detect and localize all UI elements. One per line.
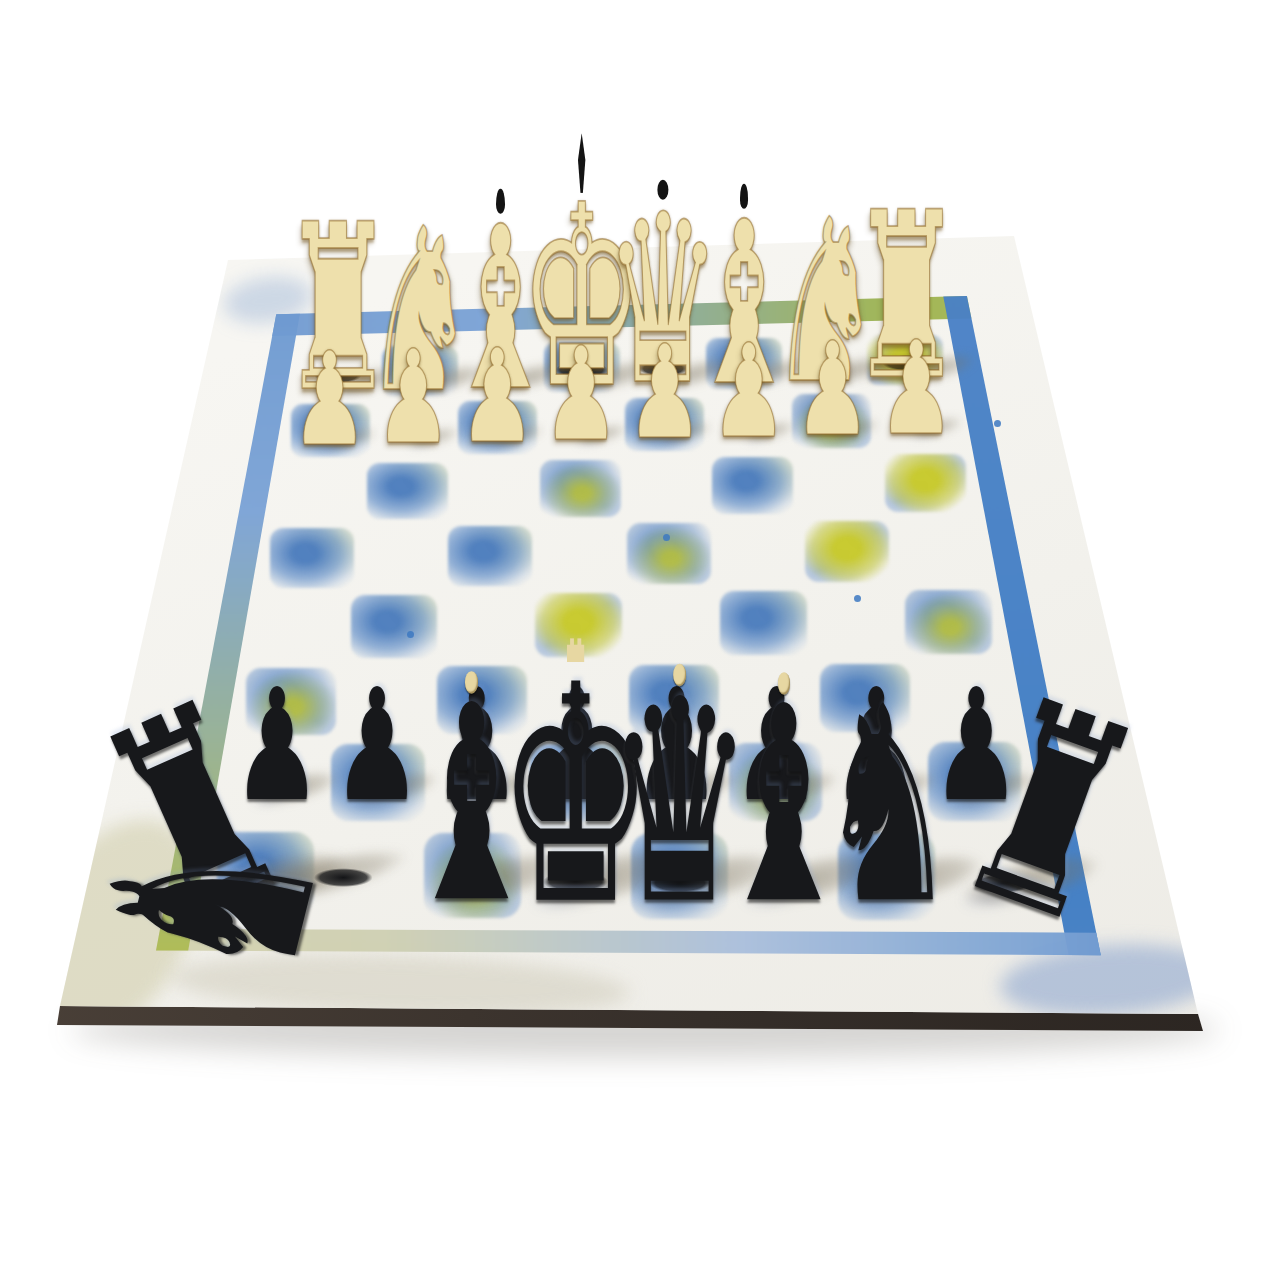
finial-ball-cream	[778, 672, 791, 694]
white-pawn-icon: ♟	[291, 335, 368, 464]
white-pawn-icon: ♟	[542, 330, 619, 459]
finial-tip-black	[740, 184, 749, 209]
white-pawn-icon: ♟	[794, 325, 871, 454]
white-pawn-icon: ♟	[878, 324, 955, 453]
finial-ball-cream	[465, 671, 478, 693]
white-pawn-icon: ♟	[710, 327, 787, 456]
piece-white-pawn-g2[interactable]: ♟	[370, 333, 456, 436]
finial-tip-black	[496, 189, 505, 214]
white-pawn-icon: ♟	[459, 331, 536, 460]
black-rook-icon: ♜	[935, 661, 1164, 968]
pieces-layer: ♜♞♝♚♛♝♞♜♟♟♟♟♟♟♟♟♟♟♟♟♟♟♟♟♜♞♝♚♛♝♞♜	[0, 0, 1280, 1280]
black-knight-icon: ♞	[65, 803, 361, 1005]
piece-white-pawn-b2[interactable]: ♟	[790, 325, 876, 428]
piece-white-pawn-d2[interactable]: ♟	[622, 328, 708, 431]
piece-white-pawn-h2[interactable]: ♟	[287, 335, 373, 438]
piece-black-rook-a8[interactable]: ♜	[922, 669, 1082, 889]
piece-white-pawn-a2[interactable]: ♟	[873, 324, 959, 427]
chessboard-photo-scene: ♜♞♝♚♛♝♞♜♟♟♟♟♟♟♟♟♟♟♟♟♟♟♟♟♜♞♝♚♛♝♞♜	[0, 0, 1280, 1280]
piece-white-pawn-f2[interactable]: ♟	[454, 331, 540, 434]
finial-ball-cream	[673, 664, 686, 686]
white-pawn-icon: ♟	[626, 328, 703, 457]
finial-spear-black	[577, 133, 587, 193]
finial-ball-black	[657, 181, 668, 201]
piece-white-pawn-c2[interactable]: ♟	[706, 327, 792, 430]
white-pawn-icon: ♟	[375, 333, 452, 462]
finial-crown-cream	[567, 638, 584, 662]
piece-white-pawn-e2[interactable]: ♟	[538, 330, 624, 433]
